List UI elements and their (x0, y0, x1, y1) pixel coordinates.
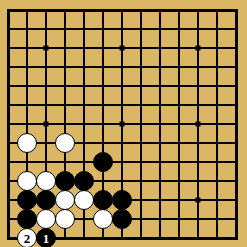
board-intersection[interactable] (189, 39, 208, 58)
board-intersection[interactable] (56, 1, 75, 20)
board-intersection[interactable] (113, 1, 132, 20)
board-intersection[interactable] (208, 229, 227, 247)
board-intersection[interactable] (151, 58, 170, 77)
board-intersection[interactable] (208, 172, 227, 191)
board-intersection[interactable] (189, 229, 208, 247)
black-stone (93, 190, 113, 210)
board-intersection[interactable] (113, 229, 132, 247)
black-stone (112, 209, 132, 229)
board-intersection[interactable] (18, 210, 37, 229)
board-intersection[interactable] (208, 1, 227, 20)
board-intersection[interactable] (37, 172, 56, 191)
board-intersection[interactable] (94, 153, 113, 172)
board-intersection[interactable] (18, 58, 37, 77)
board-intersection[interactable] (0, 77, 18, 96)
board-intersection[interactable] (151, 134, 170, 153)
board-intersection[interactable] (37, 39, 56, 58)
board-intersection[interactable] (56, 39, 75, 58)
board-intersection[interactable] (94, 20, 113, 39)
board-intersection[interactable] (132, 229, 151, 247)
star-point (196, 198, 201, 203)
board-intersection[interactable] (227, 96, 246, 115)
board-intersection[interactable] (0, 172, 18, 191)
board-intersection[interactable] (151, 39, 170, 58)
goban: 21 (0, 0, 247, 247)
board-intersection[interactable] (37, 191, 56, 210)
board-intersection[interactable] (227, 172, 246, 191)
board-intersection[interactable] (189, 134, 208, 153)
board-intersection[interactable] (37, 1, 56, 20)
board-intersection[interactable] (170, 1, 189, 20)
white-stone (17, 171, 37, 191)
board-intersection[interactable] (132, 134, 151, 153)
board-intersection[interactable] (0, 58, 18, 77)
board-intersection[interactable] (189, 77, 208, 96)
board-intersection[interactable] (170, 191, 189, 210)
board-intersection[interactable]: 1 (37, 229, 56, 247)
board-intersection[interactable] (189, 20, 208, 39)
board-intersection[interactable] (170, 39, 189, 58)
board-intersection[interactable] (56, 191, 75, 210)
board-intersection[interactable] (75, 134, 94, 153)
board-intersection[interactable] (151, 172, 170, 191)
board-intersection[interactable] (170, 58, 189, 77)
black-stone (36, 190, 56, 210)
board-intersection[interactable] (189, 58, 208, 77)
board-intersection[interactable] (113, 172, 132, 191)
board-intersection[interactable] (75, 210, 94, 229)
board-intersection[interactable] (18, 96, 37, 115)
board-intersection[interactable] (94, 134, 113, 153)
board-intersection[interactable] (227, 20, 246, 39)
board-intersection[interactable] (113, 210, 132, 229)
board-intersection[interactable] (132, 39, 151, 58)
white-stone (74, 190, 94, 210)
board-intersection[interactable] (75, 39, 94, 58)
board-intersection[interactable] (94, 77, 113, 96)
board-intersection[interactable] (113, 191, 132, 210)
board-intersection[interactable] (94, 210, 113, 229)
board-intersection[interactable] (227, 153, 246, 172)
black-stone (93, 152, 113, 172)
board-intersection[interactable] (18, 153, 37, 172)
board-intersection[interactable] (189, 210, 208, 229)
board-intersection[interactable] (56, 96, 75, 115)
board-intersection[interactable] (37, 96, 56, 115)
board-intersection[interactable] (18, 39, 37, 58)
board-intersection[interactable] (151, 191, 170, 210)
board-intersection[interactable] (170, 96, 189, 115)
board-intersection[interactable] (56, 229, 75, 247)
board-intersection[interactable] (0, 229, 18, 247)
move-number: 2 (24, 232, 31, 245)
board-intersection[interactable] (113, 134, 132, 153)
move-number: 1 (43, 232, 50, 245)
board-intersection[interactable] (113, 153, 132, 172)
board-intersection[interactable] (75, 20, 94, 39)
board-intersection[interactable] (113, 96, 132, 115)
board-intersection[interactable] (56, 20, 75, 39)
board-intersection[interactable] (132, 96, 151, 115)
board-intersection[interactable] (170, 229, 189, 247)
board-intersection[interactable] (37, 20, 56, 39)
board-intersection[interactable] (132, 58, 151, 77)
board-intersection[interactable] (75, 96, 94, 115)
star-point (120, 46, 125, 51)
board-intersection[interactable] (151, 115, 170, 134)
board-intersection[interactable] (56, 210, 75, 229)
star-point (120, 122, 125, 127)
board-intersection[interactable] (151, 153, 170, 172)
board-intersection[interactable] (170, 172, 189, 191)
board-intersection[interactable] (18, 1, 37, 20)
board-intersection[interactable] (208, 20, 227, 39)
board-intersection[interactable] (113, 115, 132, 134)
board-intersection[interactable] (208, 134, 227, 153)
board-intersection[interactable] (132, 1, 151, 20)
board-intersection[interactable] (75, 191, 94, 210)
board-intersection[interactable] (208, 115, 227, 134)
board-intersection[interactable] (113, 20, 132, 39)
board-intersection[interactable] (75, 115, 94, 134)
board-intersection[interactable] (113, 77, 132, 96)
board-intersection[interactable] (132, 115, 151, 134)
black-stone (112, 190, 132, 210)
star-point (44, 46, 49, 51)
board-intersection[interactable] (208, 96, 227, 115)
board-intersection[interactable] (18, 77, 37, 96)
white-stone (36, 209, 56, 229)
board-intersection[interactable] (75, 229, 94, 247)
board-intersection[interactable] (0, 115, 18, 134)
board-intersection[interactable] (227, 39, 246, 58)
board-intersection[interactable] (151, 96, 170, 115)
star-point (196, 46, 201, 51)
board-grid: 21 (0, 1, 246, 247)
board-intersection[interactable] (37, 77, 56, 96)
board-intersection[interactable] (151, 210, 170, 229)
board-intersection[interactable] (75, 1, 94, 20)
board-intersection[interactable] (151, 20, 170, 39)
board-intersection[interactable] (227, 115, 246, 134)
board-intersection[interactable] (208, 153, 227, 172)
board-intersection[interactable] (37, 134, 56, 153)
board-intersection[interactable] (0, 134, 18, 153)
board-intersection[interactable] (132, 20, 151, 39)
board-intersection[interactable] (208, 210, 227, 229)
board-intersection[interactable] (113, 39, 132, 58)
board-intersection[interactable] (0, 96, 18, 115)
board-intersection[interactable] (113, 58, 132, 77)
board-intersection[interactable] (189, 172, 208, 191)
board-intersection[interactable] (0, 191, 18, 210)
board-intersection[interactable] (0, 39, 18, 58)
board-intersection[interactable] (75, 77, 94, 96)
white-stone (55, 190, 75, 210)
board-intersection[interactable] (94, 58, 113, 77)
black-stone (17, 209, 37, 229)
board-intersection[interactable] (94, 115, 113, 134)
board-intersection[interactable] (56, 77, 75, 96)
board-intersection[interactable] (208, 77, 227, 96)
board-intersection[interactable] (94, 229, 113, 247)
board-intersection[interactable] (94, 96, 113, 115)
board-intersection[interactable] (56, 153, 75, 172)
board-intersection[interactable] (132, 172, 151, 191)
board-intersection[interactable] (227, 229, 246, 247)
white-stone (17, 133, 37, 153)
black-stone (55, 171, 75, 191)
board-intersection[interactable] (132, 210, 151, 229)
board-intersection[interactable] (189, 96, 208, 115)
board-intersection[interactable] (0, 20, 18, 39)
white-stone (55, 133, 75, 153)
board-intersection[interactable] (0, 1, 18, 20)
board-intersection[interactable] (94, 1, 113, 20)
board-intersection[interactable] (75, 153, 94, 172)
board-intersection[interactable] (208, 191, 227, 210)
board-intersection[interactable] (75, 58, 94, 77)
board-intersection[interactable] (18, 115, 37, 134)
board-intersection[interactable] (170, 20, 189, 39)
board-intersection[interactable] (0, 210, 18, 229)
board-intersection[interactable] (189, 1, 208, 20)
board-intersection[interactable] (208, 39, 227, 58)
board-intersection[interactable] (75, 172, 94, 191)
board-intersection[interactable] (132, 191, 151, 210)
board-intersection[interactable] (37, 58, 56, 77)
board-intersection[interactable] (208, 58, 227, 77)
board-intersection[interactable] (227, 191, 246, 210)
board-intersection[interactable] (56, 172, 75, 191)
board-intersection[interactable] (37, 115, 56, 134)
star-point (44, 122, 49, 127)
board-intersection[interactable] (18, 134, 37, 153)
black-stone (74, 171, 94, 191)
board-intersection[interactable] (56, 134, 75, 153)
star-point (196, 122, 201, 127)
board-intersection[interactable] (189, 191, 208, 210)
board-intersection[interactable] (56, 115, 75, 134)
board-intersection[interactable] (56, 58, 75, 77)
board-intersection[interactable] (151, 77, 170, 96)
board-intersection[interactable] (170, 210, 189, 229)
board-intersection[interactable] (170, 153, 189, 172)
board-intersection[interactable] (37, 153, 56, 172)
board-intersection[interactable] (18, 191, 37, 210)
white-stone (36, 171, 56, 191)
board-intersection[interactable] (227, 1, 246, 20)
board-intersection[interactable] (151, 229, 170, 247)
board-intersection[interactable] (170, 134, 189, 153)
board-intersection[interactable] (151, 1, 170, 20)
board-intersection[interactable] (132, 153, 151, 172)
black-stone (17, 190, 37, 210)
board-intersection[interactable] (227, 58, 246, 77)
board-intersection[interactable] (189, 115, 208, 134)
board-intersection[interactable] (189, 153, 208, 172)
board-intersection[interactable] (170, 115, 189, 134)
white-stone (55, 209, 75, 229)
board-intersection[interactable] (227, 77, 246, 96)
board-intersection[interactable] (18, 172, 37, 191)
board-intersection[interactable] (227, 210, 246, 229)
board-intersection[interactable] (37, 210, 56, 229)
board-intersection[interactable] (94, 172, 113, 191)
white-stone: 2 (17, 228, 37, 247)
board-intersection[interactable]: 2 (18, 229, 37, 247)
board-intersection[interactable] (170, 77, 189, 96)
board-intersection[interactable] (132, 77, 151, 96)
board-intersection[interactable] (94, 191, 113, 210)
board-intersection[interactable] (18, 20, 37, 39)
board-intersection[interactable] (0, 153, 18, 172)
board-intersection[interactable] (94, 39, 113, 58)
black-stone: 1 (36, 228, 56, 247)
board-intersection[interactable] (227, 134, 246, 153)
white-stone (93, 209, 113, 229)
